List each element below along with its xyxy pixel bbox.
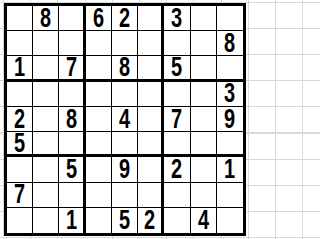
sudoku-cell-r8c9[interactable] (217, 183, 243, 208)
given-digit: 7 (65, 56, 76, 81)
given-digit: 1 (65, 208, 76, 233)
sudoku-cell-r1c2[interactable]: 8 (33, 6, 59, 31)
sudoku-cell-r6c6[interactable] (138, 132, 164, 157)
sudoku-cell-r4c4[interactable] (86, 82, 112, 107)
sudoku-cell-r1c4[interactable]: 6 (86, 6, 112, 31)
sudoku-cell-r9c3[interactable]: 1 (59, 208, 85, 233)
given-digit: 1 (14, 56, 25, 81)
sudoku-cell-r6c1[interactable]: 5 (7, 132, 33, 157)
sudoku-cell-r7c9[interactable]: 1 (217, 157, 243, 182)
sudoku-cell-r1c6[interactable] (138, 6, 164, 31)
sudoku-cell-r5c5[interactable]: 4 (112, 107, 138, 132)
sudoku-cell-r3c6[interactable] (138, 56, 164, 81)
sudoku-cell-r2c6[interactable] (138, 31, 164, 56)
sudoku-cell-r1c5[interactable]: 2 (112, 6, 138, 31)
sudoku-cell-r8c5[interactable] (112, 183, 138, 208)
sudoku-cell-r2c9[interactable]: 8 (217, 31, 243, 56)
given-digit: 8 (40, 6, 51, 31)
sudoku-cell-r1c3[interactable] (59, 6, 85, 31)
sudoku-cell-r4c9[interactable]: 3 (217, 82, 243, 107)
sudoku-cell-r8c6[interactable] (138, 183, 164, 208)
sudoku-cell-r4c5[interactable] (112, 82, 138, 107)
sudoku-cell-r8c1[interactable]: 7 (7, 183, 33, 208)
sudoku-cell-r3c3[interactable]: 7 (59, 56, 85, 81)
sudoku-cell-r6c9[interactable] (217, 132, 243, 157)
sudoku-cell-r7c8[interactable] (191, 157, 217, 182)
given-digit: 1 (224, 157, 235, 182)
sudoku-cell-r3c1[interactable]: 1 (7, 56, 33, 81)
sudoku-cell-r5c9[interactable]: 9 (217, 107, 243, 132)
sudoku-cell-r2c5[interactable] (112, 31, 138, 56)
sudoku-cell-r9c6[interactable]: 2 (138, 208, 164, 233)
sudoku-cell-r2c4[interactable] (86, 31, 112, 56)
given-digit: 7 (171, 107, 182, 132)
given-digit: 2 (171, 157, 182, 182)
sudoku-cell-r4c3[interactable] (59, 82, 85, 107)
sudoku-cell-r5c2[interactable] (33, 107, 59, 132)
given-digit: 9 (224, 107, 235, 132)
sudoku-cell-r3c5[interactable]: 8 (112, 56, 138, 81)
sudoku-cell-r4c6[interactable] (138, 82, 164, 107)
sudoku-cell-r8c2[interactable] (33, 183, 59, 208)
sudoku-cell-r6c7[interactable] (164, 132, 190, 157)
given-digit: 7 (14, 183, 25, 208)
sudoku-cell-r2c8[interactable] (191, 31, 217, 56)
sudoku-cell-r8c3[interactable] (59, 183, 85, 208)
sudoku-cell-r2c3[interactable] (59, 31, 85, 56)
sudoku-cell-r7c1[interactable] (7, 157, 33, 182)
page: { "game": "sudoku", "board": { "rows_cou… (0, 0, 250, 239)
given-digit: 2 (14, 107, 25, 132)
sudoku-cell-r9c5[interactable]: 5 (112, 208, 138, 233)
sudoku-cell-r5c4[interactable] (86, 107, 112, 132)
sudoku-cell-r4c8[interactable] (191, 82, 217, 107)
sudoku-cell-r6c2[interactable] (33, 132, 59, 157)
sudoku-cell-r3c2[interactable] (33, 56, 59, 81)
given-digit: 3 (171, 6, 182, 31)
sudoku-cell-r6c8[interactable] (191, 132, 217, 157)
sudoku-cell-r2c1[interactable] (7, 31, 33, 56)
sudoku-cell-r3c9[interactable] (217, 56, 243, 81)
sudoku-cell-r7c5[interactable]: 9 (112, 157, 138, 182)
given-digit: 6 (93, 6, 104, 31)
given-digit: 2 (144, 208, 155, 233)
sudoku-cell-r9c8[interactable]: 4 (191, 208, 217, 233)
sudoku-cell-r1c8[interactable] (191, 6, 217, 31)
sudoku-cell-r9c4[interactable] (86, 208, 112, 233)
sudoku-cell-r7c7[interactable]: 2 (164, 157, 190, 182)
sudoku-cell-r9c1[interactable] (7, 208, 33, 233)
given-digit: 3 (224, 82, 235, 107)
sudoku-cell-r6c4[interactable] (86, 132, 112, 157)
sudoku-cell-r4c2[interactable] (33, 82, 59, 107)
sudoku-cell-r2c7[interactable] (164, 31, 190, 56)
sudoku-cell-r2c2[interactable] (33, 31, 59, 56)
given-digit: 4 (198, 208, 209, 233)
sudoku-cell-r3c7[interactable]: 5 (164, 56, 190, 81)
given-digit: 8 (224, 31, 235, 56)
sudoku-cell-r9c2[interactable] (33, 208, 59, 233)
given-digit: 8 (119, 56, 130, 81)
sudoku-cell-r3c8[interactable] (191, 56, 217, 81)
sudoku-cell-r5c3[interactable]: 8 (59, 107, 85, 132)
sudoku-cell-r8c4[interactable] (86, 183, 112, 208)
given-digit: 2 (119, 6, 130, 31)
sudoku-cell-r5c7[interactable]: 7 (164, 107, 190, 132)
given-digit: 4 (119, 107, 130, 132)
sudoku-cell-r4c7[interactable] (164, 82, 190, 107)
sudoku-cell-r7c6[interactable] (138, 157, 164, 182)
sudoku-cell-r9c9[interactable] (217, 208, 243, 233)
given-digit: 9 (119, 157, 130, 182)
given-digit: 5 (14, 132, 25, 157)
given-digit: 5 (65, 157, 76, 182)
given-digit: 5 (171, 56, 182, 81)
sudoku-cell-r1c7[interactable]: 3 (164, 6, 190, 31)
sudoku-cell-r8c8[interactable] (191, 183, 217, 208)
sudoku-board: 8623817853284795592171524 (4, 3, 246, 236)
sudoku-cell-r4c1[interactable] (7, 82, 33, 107)
sudoku-cell-r5c1[interactable]: 2 (7, 107, 33, 132)
sudoku-cell-r5c8[interactable] (191, 107, 217, 132)
sudoku-cell-r6c5[interactable] (112, 132, 138, 157)
sudoku-cell-r8c7[interactable] (164, 183, 190, 208)
sudoku-cell-r3c4[interactable] (86, 56, 112, 81)
sudoku-cell-r5c6[interactable] (138, 107, 164, 132)
sudoku-cell-r1c1[interactable] (7, 6, 33, 31)
sudoku-cell-r7c2[interactable] (33, 157, 59, 182)
given-digit: 5 (119, 208, 130, 233)
sudoku-cell-r6c3[interactable] (59, 132, 85, 157)
sudoku-cell-r9c7[interactable] (164, 208, 190, 233)
sudoku-cell-r1c9[interactable] (217, 6, 243, 31)
sudoku-cell-r7c4[interactable] (86, 157, 112, 182)
given-digit: 8 (65, 107, 76, 132)
sudoku-cell-r7c3[interactable]: 5 (59, 157, 85, 182)
